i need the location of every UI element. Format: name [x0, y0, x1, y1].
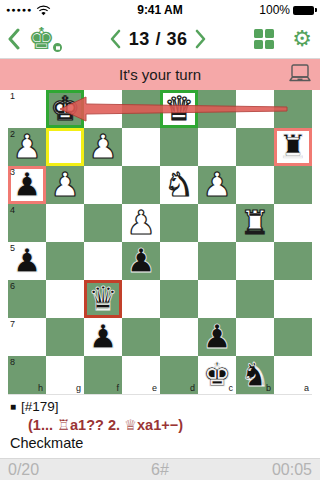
square-b4[interactable]: ♜ [236, 204, 274, 242]
task-description: Checkmate [10, 435, 310, 451]
settings-gear-icon[interactable]: ⚙ [292, 28, 312, 50]
file-label-a: a [304, 383, 309, 393]
annotation-panel: ■ [#179] (1... ♖a1?? 2. ♕xa1+−) Checkmat… [0, 395, 320, 451]
square-h2[interactable]: 2♟ [8, 128, 46, 166]
square-c7[interactable]: ♟ [198, 318, 236, 356]
chess-board: 1♚♛2♟♟♜3♟♟♞♟4♟♜5♟♟6♛7♟♟8hgfedc♚b♞a [8, 90, 312, 395]
square-f2[interactable]: ♟ [84, 128, 122, 166]
square-a7[interactable] [274, 318, 312, 356]
black-pawn[interactable]: ♟ [8, 166, 46, 204]
black-knight[interactable]: ♞ [236, 356, 274, 394]
square-a6[interactable] [274, 280, 312, 318]
black-pawn[interactable]: ♟ [84, 318, 122, 356]
square-e7[interactable] [122, 318, 160, 356]
square-f5[interactable] [84, 242, 122, 280]
square-g6[interactable] [46, 280, 84, 318]
square-e8[interactable]: e [122, 356, 160, 394]
rank-label-7: 7 [10, 319, 15, 329]
square-b6[interactable] [236, 280, 274, 318]
square-a5[interactable] [274, 242, 312, 280]
white-rook[interactable]: ♜ [236, 204, 274, 242]
white-knight[interactable]: ♞ [160, 166, 198, 204]
square-c6[interactable] [198, 280, 236, 318]
square-h1[interactable]: 1 [8, 90, 46, 128]
square-f1[interactable] [84, 90, 122, 128]
square-g8[interactable]: g [46, 356, 84, 394]
puzzle-counter: 13 / 36 [129, 29, 188, 50]
square-h8[interactable]: 8h [8, 356, 46, 394]
black-queen[interactable]: ♛ [84, 280, 122, 318]
square-c3[interactable]: ♟ [198, 166, 236, 204]
file-label-d: d [190, 383, 195, 393]
square-d4[interactable] [160, 204, 198, 242]
square-a8[interactable]: a [274, 356, 312, 394]
square-c5[interactable] [198, 242, 236, 280]
square-d7[interactable] [160, 318, 198, 356]
square-f3[interactable] [84, 166, 122, 204]
square-a1[interactable] [274, 90, 312, 128]
square-f8[interactable]: f [84, 356, 122, 394]
white-king[interactable]: ♚ [46, 90, 84, 128]
prev-puzzle-button[interactable] [110, 29, 121, 49]
square-e6[interactable] [122, 280, 160, 318]
file-label-e: e [152, 383, 157, 393]
black-rook[interactable]: ♜ [274, 128, 312, 166]
bottom-bar: 0/20 6# 00:05 [0, 458, 320, 480]
black-to-move-icon: ■ [10, 401, 16, 412]
battery-icon [293, 6, 314, 15]
square-g3[interactable]: ♟ [46, 166, 84, 204]
black-pawn[interactable]: ♟ [122, 242, 160, 280]
next-puzzle-button[interactable] [195, 29, 206, 49]
timer: 00:05 [272, 461, 312, 479]
square-d6[interactable] [160, 280, 198, 318]
square-c1[interactable] [198, 90, 236, 128]
square-f4[interactable] [84, 204, 122, 242]
square-a4[interactable] [274, 204, 312, 242]
square-h3[interactable]: 3♟ [8, 166, 46, 204]
square-d2[interactable] [160, 128, 198, 166]
square-e5[interactable]: ♟ [122, 242, 160, 280]
rank-label-1: 1 [10, 91, 15, 101]
square-e2[interactable] [122, 128, 160, 166]
square-b3[interactable] [236, 166, 274, 204]
board-grid: 1♚♛2♟♟♜3♟♟♞♟4♟♜5♟♟6♛7♟♟8hgfedc♚b♞a [8, 90, 312, 394]
back-button[interactable] [8, 28, 20, 50]
logo-badge-icon [51, 41, 64, 54]
square-e1[interactable] [122, 90, 160, 128]
wifi-icon [36, 5, 51, 16]
variation-line: (1... ♖a1?? 2. ♕xa1+−) [28, 417, 310, 433]
chess-king-logo[interactable]: ♚ [28, 23, 62, 55]
battery-percent: 100% [259, 3, 290, 17]
square-e3[interactable] [122, 166, 160, 204]
square-d8[interactable]: d [160, 356, 198, 394]
file-label-h: h [38, 383, 43, 393]
square-a3[interactable] [274, 166, 312, 204]
computer-opponent-icon[interactable] [288, 64, 312, 83]
square-f7[interactable]: ♟ [84, 318, 122, 356]
square-b1[interactable] [236, 90, 274, 128]
square-b7[interactable] [236, 318, 274, 356]
square-d1[interactable]: ♛ [160, 90, 198, 128]
square-c8[interactable]: c♚ [198, 356, 236, 394]
white-queen[interactable]: ♛ [160, 90, 198, 128]
square-h6[interactable]: 6 [8, 280, 46, 318]
app-screen: ●●●●● 9:41 AM 100% ♚ [0, 0, 320, 480]
square-h4[interactable]: 4 [8, 204, 46, 242]
square-g4[interactable] [46, 204, 84, 242]
turn-banner-text: It's your turn [119, 66, 201, 83]
white-pawn[interactable]: ♟ [198, 166, 236, 204]
rank-label-6: 6 [10, 281, 15, 291]
black-pawn[interactable]: ♟ [198, 318, 236, 356]
file-label-f: f [116, 383, 119, 393]
black-king[interactable]: ♚ [198, 356, 236, 394]
square-b5[interactable] [236, 242, 274, 280]
turn-banner: It's your turn [0, 58, 320, 90]
cell-signal-icon: ●●●●● [6, 0, 32, 20]
problem-id: [#179] [21, 399, 59, 414]
square-g5[interactable] [46, 242, 84, 280]
square-d3[interactable]: ♞ [160, 166, 198, 204]
white-pawn[interactable]: ♟ [8, 128, 46, 166]
square-e4[interactable]: ♟ [122, 204, 160, 242]
square-c2[interactable] [198, 128, 236, 166]
square-g2[interactable] [46, 128, 84, 166]
square-h7[interactable]: 7 [8, 318, 46, 356]
rank-label-4: 4 [10, 205, 15, 215]
square-h5[interactable]: 5♟ [8, 242, 46, 280]
square-g1[interactable]: ♚ [46, 90, 84, 128]
white-pawn[interactable]: ♟ [122, 204, 160, 242]
square-b8[interactable]: b♞ [236, 356, 274, 394]
white-pawn[interactable]: ♟ [84, 128, 122, 166]
nav-bar: ♚ 13 / 36 ⚙ [0, 20, 320, 58]
black-pawn[interactable]: ♟ [8, 242, 46, 280]
square-d5[interactable] [160, 242, 198, 280]
square-b2[interactable] [236, 128, 274, 166]
rank-label-8: 8 [10, 357, 15, 367]
square-g7[interactable] [46, 318, 84, 356]
square-c4[interactable] [198, 204, 236, 242]
white-pawn[interactable]: ♟ [46, 166, 84, 204]
file-label-g: g [76, 383, 81, 393]
puzzle-list-button[interactable] [254, 29, 274, 49]
square-f6[interactable]: ♛ [84, 280, 122, 318]
status-bar: ●●●●● 9:41 AM 100% [0, 0, 320, 20]
square-a2[interactable]: ♜ [274, 128, 312, 166]
